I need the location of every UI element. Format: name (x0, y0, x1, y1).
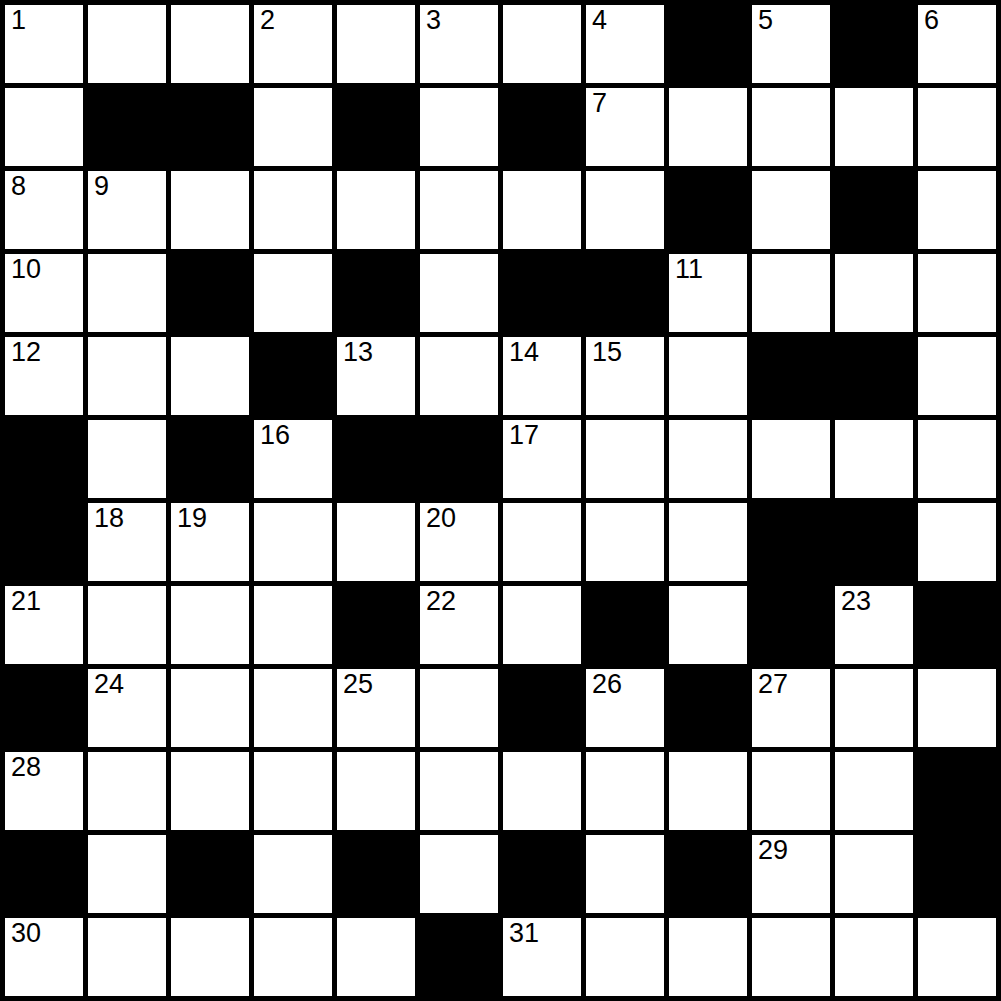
block-cell-r3c7 (586, 254, 664, 332)
cell-r9c9[interactable] (752, 752, 830, 830)
cell-r8c5[interactable] (420, 669, 498, 747)
clue-number-30: 30 (11, 918, 41, 949)
cell-r2c6[interactable] (503, 171, 581, 249)
block-cell-r6c9 (752, 503, 830, 581)
cell-r5c10[interactable] (835, 420, 913, 498)
cell-r9c1[interactable] (88, 752, 166, 830)
cell-r8c11[interactable] (918, 669, 996, 747)
cell-r4c4[interactable]: 13 (337, 337, 415, 415)
block-cell-r4c9 (752, 337, 830, 415)
clue-number-5: 5 (758, 5, 773, 36)
cell-r8c3[interactable] (254, 669, 332, 747)
block-cell-r3c6 (503, 254, 581, 332)
cell-r0c7[interactable]: 4 (586, 5, 664, 83)
cell-r10c1[interactable] (88, 835, 166, 913)
clue-number-4: 4 (592, 5, 607, 36)
block-cell-r10c11 (918, 835, 996, 913)
cell-r9c5[interactable] (420, 752, 498, 830)
block-cell-r2c10 (835, 171, 913, 249)
cell-r11c11[interactable] (918, 918, 996, 996)
clue-number-27: 27 (758, 669, 788, 700)
block-cell-r1c4 (337, 88, 415, 166)
block-cell-r11c5 (420, 918, 498, 996)
cell-r9c0[interactable]: 28 (5, 752, 83, 830)
cell-r1c11[interactable] (918, 88, 996, 166)
block-cell-r5c4 (337, 420, 415, 498)
cell-r0c1[interactable] (88, 5, 166, 83)
cell-r11c3[interactable] (254, 918, 332, 996)
cell-r1c5[interactable] (420, 88, 498, 166)
clue-number-12: 12 (11, 337, 41, 368)
cell-r11c8[interactable] (669, 918, 747, 996)
cell-r5c7[interactable] (586, 420, 664, 498)
block-cell-r7c7 (586, 586, 664, 664)
cell-r0c9[interactable]: 5 (752, 5, 830, 83)
cell-r2c3[interactable] (254, 171, 332, 249)
cell-r11c10[interactable] (835, 918, 913, 996)
clue-number-1: 1 (11, 5, 26, 36)
cell-r8c9[interactable]: 27 (752, 669, 830, 747)
cell-r11c9[interactable] (752, 918, 830, 996)
cell-r2c9[interactable] (752, 171, 830, 249)
cell-r11c7[interactable] (586, 918, 664, 996)
block-cell-r10c0 (5, 835, 83, 913)
block-cell-r8c0 (5, 669, 83, 747)
cell-r0c3[interactable]: 2 (254, 5, 332, 83)
block-cell-r8c8 (669, 669, 747, 747)
cell-r0c11[interactable]: 6 (918, 5, 996, 83)
clue-number-28: 28 (11, 752, 41, 783)
block-cell-r7c9 (752, 586, 830, 664)
cell-r10c10[interactable] (835, 835, 913, 913)
cell-r4c11[interactable] (918, 337, 996, 415)
clue-number-21: 21 (11, 586, 41, 617)
block-cell-r8c6 (503, 669, 581, 747)
cell-r9c7[interactable] (586, 752, 664, 830)
clue-number-13: 13 (343, 337, 373, 368)
block-cell-r5c0 (5, 420, 83, 498)
cell-r0c5[interactable]: 3 (420, 5, 498, 83)
block-cell-r3c2 (171, 254, 249, 332)
cell-r1c0[interactable] (5, 88, 83, 166)
cell-r10c7[interactable] (586, 835, 664, 913)
cell-r5c6[interactable]: 17 (503, 420, 581, 498)
block-cell-r6c0 (5, 503, 83, 581)
cell-r9c10[interactable] (835, 752, 913, 830)
clue-number-23: 23 (841, 586, 871, 617)
cell-r2c11[interactable] (918, 171, 996, 249)
cell-r6c6[interactable] (503, 503, 581, 581)
cell-r7c3[interactable] (254, 586, 332, 664)
cell-r7c8[interactable] (669, 586, 747, 664)
cell-r2c2[interactable] (171, 171, 249, 249)
cell-r3c0[interactable]: 10 (5, 254, 83, 332)
block-cell-r10c2 (171, 835, 249, 913)
cell-r11c4[interactable] (337, 918, 415, 996)
cell-r8c10[interactable] (835, 669, 913, 747)
cell-r2c1[interactable]: 9 (88, 171, 166, 249)
block-cell-r7c11 (918, 586, 996, 664)
block-cell-r10c6 (503, 835, 581, 913)
block-cell-r3c4 (337, 254, 415, 332)
cell-r9c4[interactable] (337, 752, 415, 830)
cell-r0c0[interactable]: 1 (5, 5, 83, 83)
cell-r2c5[interactable] (420, 171, 498, 249)
block-cell-r1c1 (88, 88, 166, 166)
cell-r6c7[interactable] (586, 503, 664, 581)
cell-r3c11[interactable] (918, 254, 996, 332)
clue-number-19: 19 (177, 503, 207, 534)
cell-r6c2[interactable]: 19 (171, 503, 249, 581)
cell-r6c4[interactable] (337, 503, 415, 581)
block-cell-r0c8 (669, 5, 747, 83)
cell-r8c7[interactable]: 26 (586, 669, 664, 747)
cell-r5c9[interactable] (752, 420, 830, 498)
cell-r11c6[interactable]: 31 (503, 918, 581, 996)
cell-r0c4[interactable] (337, 5, 415, 83)
cell-r7c1[interactable] (88, 586, 166, 664)
cell-r7c2[interactable] (171, 586, 249, 664)
cell-r2c4[interactable] (337, 171, 415, 249)
cell-r3c1[interactable] (88, 254, 166, 332)
cell-r9c6[interactable] (503, 752, 581, 830)
block-cell-r2c8 (669, 171, 747, 249)
cell-r10c5[interactable] (420, 835, 498, 913)
cell-r6c11[interactable] (918, 503, 996, 581)
cell-r6c1[interactable]: 18 (88, 503, 166, 581)
clue-number-6: 6 (924, 5, 939, 36)
cell-r4c5[interactable] (420, 337, 498, 415)
block-cell-r10c8 (669, 835, 747, 913)
clue-number-25: 25 (343, 669, 373, 700)
cell-r4c0[interactable]: 12 (5, 337, 83, 415)
cell-r3c5[interactable] (420, 254, 498, 332)
clue-number-31: 31 (509, 918, 539, 949)
cell-r9c3[interactable] (254, 752, 332, 830)
block-cell-r9c11 (918, 752, 996, 830)
cell-r4c8[interactable] (669, 337, 747, 415)
clue-number-24: 24 (94, 669, 124, 700)
cell-r5c3[interactable]: 16 (254, 420, 332, 498)
clue-number-2: 2 (260, 5, 275, 36)
cell-r4c2[interactable] (171, 337, 249, 415)
clue-number-22: 22 (426, 586, 456, 617)
block-cell-r1c6 (503, 88, 581, 166)
cell-r3c3[interactable] (254, 254, 332, 332)
cell-r9c2[interactable] (171, 752, 249, 830)
clue-number-3: 3 (426, 5, 441, 36)
block-cell-r4c3 (254, 337, 332, 415)
clue-number-20: 20 (426, 503, 456, 534)
block-cell-r6c10 (835, 503, 913, 581)
cell-r9c8[interactable] (669, 752, 747, 830)
clue-number-9: 9 (94, 171, 109, 202)
cell-r8c2[interactable] (171, 669, 249, 747)
cell-r4c7[interactable]: 15 (586, 337, 664, 415)
cell-r3c10[interactable] (835, 254, 913, 332)
clue-number-8: 8 (11, 171, 26, 202)
cell-r6c3[interactable] (254, 503, 332, 581)
cell-r0c6[interactable] (503, 5, 581, 83)
cell-r1c8[interactable] (669, 88, 747, 166)
clue-number-15: 15 (592, 337, 622, 368)
clue-number-18: 18 (94, 503, 124, 534)
cell-r5c8[interactable] (669, 420, 747, 498)
cell-r7c10[interactable]: 23 (835, 586, 913, 664)
block-cell-r5c5 (420, 420, 498, 498)
clue-number-14: 14 (509, 337, 539, 368)
block-cell-r4c10 (835, 337, 913, 415)
cell-r2c0[interactable]: 8 (5, 171, 83, 249)
clue-number-16: 16 (260, 420, 290, 451)
cell-r4c6[interactable]: 14 (503, 337, 581, 415)
cell-r6c5[interactable]: 20 (420, 503, 498, 581)
cell-r7c0[interactable]: 21 (5, 586, 83, 664)
clue-number-29: 29 (758, 835, 788, 866)
clue-number-17: 17 (509, 420, 539, 451)
cell-r1c9[interactable] (752, 88, 830, 166)
cell-r3c9[interactable] (752, 254, 830, 332)
clue-number-7: 7 (592, 88, 607, 119)
cell-r1c3[interactable] (254, 88, 332, 166)
cell-r7c6[interactable] (503, 586, 581, 664)
clue-number-10: 10 (11, 254, 41, 285)
clue-number-11: 11 (675, 254, 703, 285)
cell-r2c7[interactable] (586, 171, 664, 249)
clue-number-26: 26 (592, 669, 622, 700)
cell-r5c11[interactable] (918, 420, 996, 498)
crossword-grid: 1234567891011121314151617181920212223242… (0, 0, 1001, 1001)
cell-r11c2[interactable] (171, 918, 249, 996)
cell-r0c2[interactable] (171, 5, 249, 83)
block-cell-r1c2 (171, 88, 249, 166)
block-cell-r5c2 (171, 420, 249, 498)
cell-r1c10[interactable] (835, 88, 913, 166)
cell-r3c8[interactable]: 11 (669, 254, 747, 332)
cell-r1c7[interactable]: 7 (586, 88, 664, 166)
cell-r8c4[interactable]: 25 (337, 669, 415, 747)
block-cell-r10c4 (337, 835, 415, 913)
cell-r8c1[interactable]: 24 (88, 669, 166, 747)
cell-r5c1[interactable] (88, 420, 166, 498)
cell-r4c1[interactable] (88, 337, 166, 415)
cell-r10c9[interactable]: 29 (752, 835, 830, 913)
cell-r6c8[interactable] (669, 503, 747, 581)
block-cell-r7c4 (337, 586, 415, 664)
cell-r7c5[interactable]: 22 (420, 586, 498, 664)
cell-r11c0[interactable]: 30 (5, 918, 83, 996)
cell-r10c3[interactable] (254, 835, 332, 913)
cell-r11c1[interactable] (88, 918, 166, 996)
block-cell-r0c10 (835, 5, 913, 83)
